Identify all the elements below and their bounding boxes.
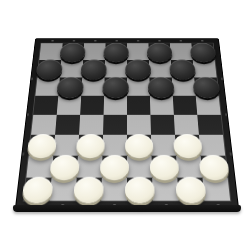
checker-white[interactable]: [199, 155, 230, 180]
board-surface: [24, 43, 230, 200]
frame-hinge-pin: [230, 152, 232, 155]
frame-notch: [94, 40, 97, 41]
checker-black[interactable]: [190, 43, 217, 62]
checker-black[interactable]: [56, 77, 84, 98]
checker-white[interactable]: [175, 177, 206, 204]
checker-white[interactable]: [150, 155, 180, 180]
board-front-edge: [13, 205, 241, 212]
frame-hinge-pin: [31, 77, 33, 80]
frame-hinge-pin: [27, 113, 29, 116]
checker-white[interactable]: [173, 134, 203, 158]
checker-black[interactable]: [59, 43, 85, 62]
checker-black[interactable]: [169, 60, 196, 80]
frame-notch: [115, 40, 117, 41]
frame-notch: [158, 40, 161, 41]
checker-black[interactable]: [102, 77, 128, 98]
frame-notch: [51, 40, 54, 41]
scene: [0, 0, 250, 250]
pieces-layer: [24, 43, 230, 200]
checker-white[interactable]: [125, 177, 155, 204]
checker-white[interactable]: [49, 155, 79, 180]
checker-black[interactable]: [103, 43, 128, 62]
checker-white[interactable]: [76, 134, 105, 158]
checker-black[interactable]: [80, 60, 106, 80]
checker-white[interactable]: [73, 177, 104, 204]
checker-white[interactable]: [21, 177, 53, 204]
frame-hinge-pin: [221, 77, 223, 80]
checker-black[interactable]: [148, 77, 175, 98]
checker-white[interactable]: [100, 155, 129, 180]
checker-white[interactable]: [125, 134, 153, 158]
checker-white[interactable]: [27, 134, 57, 158]
frame-notch: [201, 40, 204, 41]
frame-hinge-pin: [225, 113, 227, 116]
frame-notch: [136, 40, 138, 41]
checker-black[interactable]: [35, 60, 63, 80]
checker-black[interactable]: [147, 43, 173, 62]
frame-hinge-pin: [22, 152, 24, 155]
frame-notch: [72, 40, 75, 41]
checkers-board: [15, 38, 239, 208]
checker-black[interactable]: [125, 60, 151, 80]
checker-black[interactable]: [192, 77, 220, 98]
frame-notch: [179, 40, 182, 41]
